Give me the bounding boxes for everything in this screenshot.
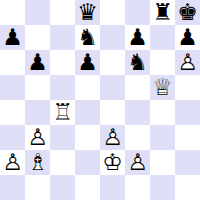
square-g6[interactable] <box>150 50 175 75</box>
square-b2[interactable]: ♝♗ <box>25 150 50 175</box>
square-d1[interactable] <box>75 175 100 200</box>
square-b4[interactable] <box>25 100 50 125</box>
square-f8[interactable] <box>125 0 150 25</box>
square-d3[interactable] <box>75 125 100 150</box>
square-a2[interactable]: ♟♙ <box>0 150 25 175</box>
square-d2[interactable] <box>75 150 100 175</box>
piece-black-pawn-b6[interactable]: ♟ <box>25 50 50 75</box>
square-f7[interactable]: ♟ <box>125 25 150 50</box>
square-e7[interactable] <box>100 25 125 50</box>
piece-black-knight-f6[interactable]: ♞ <box>125 50 150 75</box>
square-b8[interactable] <box>25 0 50 25</box>
square-h4[interactable] <box>175 100 200 125</box>
square-a1[interactable] <box>0 175 25 200</box>
square-e4[interactable] <box>100 100 125 125</box>
piece-white-pawn-f2[interactable]: ♟♙ <box>125 150 150 175</box>
square-a6[interactable] <box>0 50 25 75</box>
square-c1[interactable] <box>50 175 75 200</box>
square-c6[interactable] <box>50 50 75 75</box>
piece-white-pawn-e3[interactable]: ♟♙ <box>100 125 125 150</box>
square-g2[interactable] <box>150 150 175 175</box>
square-c3[interactable] <box>50 125 75 150</box>
square-d6[interactable]: ♟ <box>75 50 100 75</box>
square-f2[interactable]: ♟♙ <box>125 150 150 175</box>
square-e5[interactable] <box>100 75 125 100</box>
square-h5[interactable] <box>175 75 200 100</box>
square-g1[interactable] <box>150 175 175 200</box>
square-a7[interactable]: ♟ <box>0 25 25 50</box>
square-c7[interactable] <box>50 25 75 50</box>
square-c2[interactable] <box>50 150 75 175</box>
square-b3[interactable]: ♟♙ <box>25 125 50 150</box>
square-h7[interactable]: ♟ <box>175 25 200 50</box>
square-g7[interactable] <box>150 25 175 50</box>
piece-black-king-h8[interactable]: ♚ <box>175 0 200 25</box>
chess-board: ♛♜♚♟♞♟♟♟♟♞♟♙♛♕♜♖♟♙♟♙♟♙♝♗♚♔♟♙ <box>0 0 200 200</box>
square-g8[interactable]: ♜ <box>150 0 175 25</box>
square-g5[interactable]: ♛♕ <box>150 75 175 100</box>
square-c4[interactable]: ♜♖ <box>50 100 75 125</box>
square-c5[interactable] <box>50 75 75 100</box>
king-outline-glyph: ♔ <box>100 150 125 175</box>
pawn-outline-glyph: ♙ <box>100 125 125 150</box>
square-b7[interactable] <box>25 25 50 50</box>
square-e6[interactable] <box>100 50 125 75</box>
pawn-outline-glyph: ♙ <box>0 150 25 175</box>
square-d5[interactable] <box>75 75 100 100</box>
square-h1[interactable] <box>175 175 200 200</box>
square-a3[interactable] <box>0 125 25 150</box>
square-h3[interactable] <box>175 125 200 150</box>
square-d7[interactable]: ♞ <box>75 25 100 50</box>
square-a4[interactable] <box>0 100 25 125</box>
piece-white-queen-g5[interactable]: ♛♕ <box>150 75 175 100</box>
square-h8[interactable]: ♚ <box>175 0 200 25</box>
pawn-outline-glyph: ♙ <box>25 125 50 150</box>
square-f1[interactable] <box>125 175 150 200</box>
piece-black-queen-d8[interactable]: ♛ <box>75 0 100 25</box>
piece-black-knight-d7[interactable]: ♞ <box>75 25 100 50</box>
square-f4[interactable] <box>125 100 150 125</box>
piece-black-pawn-d6[interactable]: ♟ <box>75 50 100 75</box>
square-c8[interactable] <box>50 0 75 25</box>
rook-outline-glyph: ♖ <box>50 100 75 125</box>
square-g4[interactable] <box>150 100 175 125</box>
square-b1[interactable] <box>25 175 50 200</box>
piece-black-rook-g8[interactable]: ♜ <box>150 0 175 25</box>
square-a5[interactable] <box>0 75 25 100</box>
square-b6[interactable]: ♟ <box>25 50 50 75</box>
square-d4[interactable] <box>75 100 100 125</box>
square-h2[interactable] <box>175 150 200 175</box>
piece-black-pawn-a7[interactable]: ♟ <box>0 25 25 50</box>
square-d8[interactable]: ♛ <box>75 0 100 25</box>
piece-white-pawn-b3[interactable]: ♟♙ <box>25 125 50 150</box>
piece-black-pawn-f7[interactable]: ♟ <box>125 25 150 50</box>
square-f3[interactable] <box>125 125 150 150</box>
square-b5[interactable] <box>25 75 50 100</box>
pawn-outline-glyph: ♙ <box>125 150 150 175</box>
square-a8[interactable] <box>0 0 25 25</box>
square-f6[interactable]: ♞ <box>125 50 150 75</box>
square-e1[interactable] <box>100 175 125 200</box>
piece-white-rook-c4[interactable]: ♜♖ <box>50 100 75 125</box>
square-e2[interactable]: ♚♔ <box>100 150 125 175</box>
square-e3[interactable]: ♟♙ <box>100 125 125 150</box>
piece-white-bishop-b2[interactable]: ♝♗ <box>25 150 50 175</box>
square-g3[interactable] <box>150 125 175 150</box>
piece-white-king-e2[interactable]: ♚♔ <box>100 150 125 175</box>
pawn-outline-glyph: ♙ <box>175 50 200 75</box>
piece-black-pawn-h7[interactable]: ♟ <box>175 25 200 50</box>
piece-white-pawn-h6[interactable]: ♟♙ <box>175 50 200 75</box>
square-h6[interactable]: ♟♙ <box>175 50 200 75</box>
square-f5[interactable] <box>125 75 150 100</box>
square-e8[interactable] <box>100 0 125 25</box>
bishop-outline-glyph: ♗ <box>25 150 50 175</box>
queen-outline-glyph: ♕ <box>150 75 175 100</box>
piece-white-pawn-a2[interactable]: ♟♙ <box>0 150 25 175</box>
